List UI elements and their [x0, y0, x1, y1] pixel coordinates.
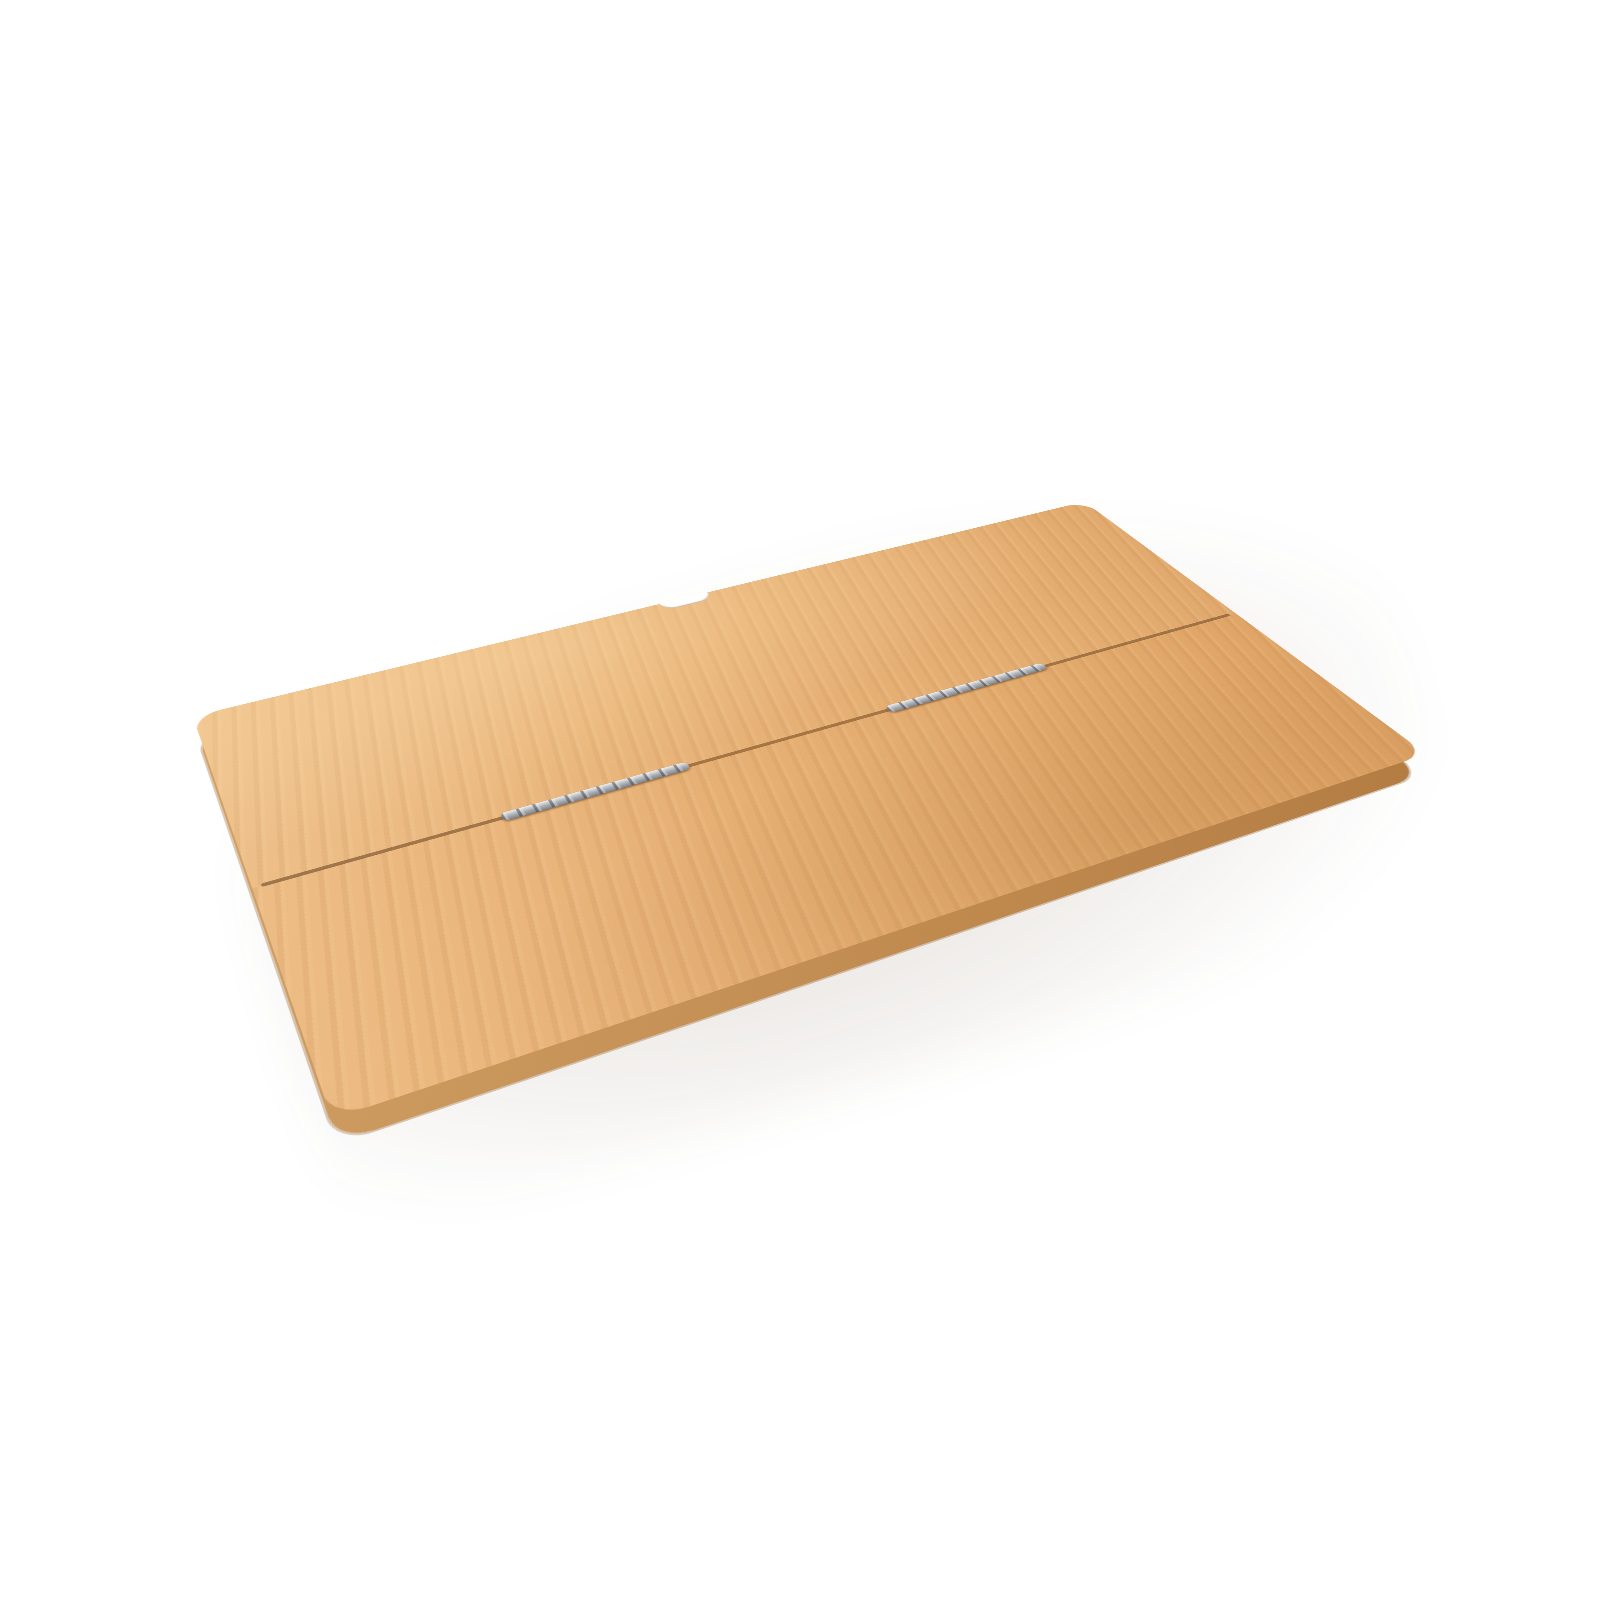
product-photo-scene — [0, 0, 1600, 1600]
